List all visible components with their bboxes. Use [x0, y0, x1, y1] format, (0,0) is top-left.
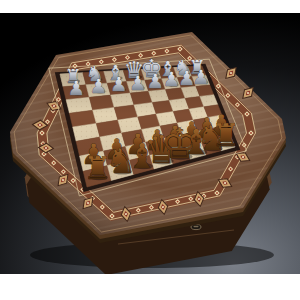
- piece-black-silver-pawn[interactable]: ♟: [90, 75, 108, 98]
- letterbox-top: [0, 0, 300, 13]
- piece-black-silver-pawn[interactable]: ♟: [68, 77, 86, 100]
- piece-black-silver-pawn[interactable]: ♟: [192, 66, 210, 89]
- piece-black-silver-pawn[interactable]: ♟: [129, 72, 147, 95]
- piece-black-silver-pawn[interactable]: ♟: [110, 73, 128, 96]
- chess-scene: ♜♞♝♛♚♝♞♜♟♟♟♟♟♟♟♟♟♟♟♟♟♟♟♟♜♞♝♛♚♝♞♜: [0, 0, 300, 300]
- chess-table-photo: ♜♞♝♛♚♝♞♜♟♟♟♟♟♟♟♟♟♟♟♟♟♟♟♟♜♞♝♛♚♝♞♜: [0, 0, 300, 300]
- piece-black-silver-pawn[interactable]: ♟: [147, 70, 165, 93]
- letterbox-bottom: [0, 274, 300, 300]
- piece-white-bronze-rook[interactable]: ♜: [212, 117, 240, 153]
